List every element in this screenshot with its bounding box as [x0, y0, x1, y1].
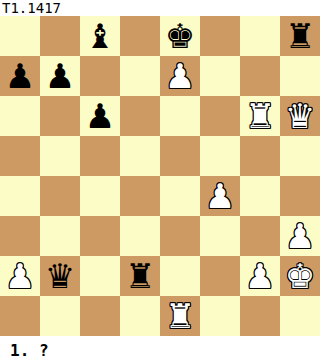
square-g8[interactable] [240, 16, 280, 56]
white-pawn-piece-icon[interactable]: ♟︎ [205, 179, 235, 213]
square-f7[interactable] [200, 56, 240, 96]
square-b7[interactable]: ♟︎ [40, 56, 80, 96]
square-b2[interactable]: ♛︎ [40, 256, 80, 296]
square-f6[interactable] [200, 96, 240, 136]
square-f4[interactable]: ♟︎ [200, 176, 240, 216]
square-a7[interactable]: ♟︎ [0, 56, 40, 96]
square-e3[interactable] [160, 216, 200, 256]
square-c4[interactable] [80, 176, 120, 216]
black-queen-piece-icon[interactable]: ♛︎ [45, 259, 75, 293]
square-d6[interactable] [120, 96, 160, 136]
white-queen-piece-icon[interactable]: ♛︎ [285, 99, 315, 133]
square-b6[interactable] [40, 96, 80, 136]
square-a3[interactable] [0, 216, 40, 256]
square-h6[interactable]: ♛︎ [280, 96, 320, 136]
square-h7[interactable] [280, 56, 320, 96]
black-rook-piece-icon[interactable]: ♜︎ [285, 19, 315, 53]
square-c1[interactable] [80, 296, 120, 336]
square-b8[interactable] [40, 16, 80, 56]
square-d1[interactable] [120, 296, 160, 336]
square-d8[interactable] [120, 16, 160, 56]
white-pawn-piece-icon[interactable]: ♟︎ [165, 59, 195, 93]
square-e2[interactable] [160, 256, 200, 296]
square-g3[interactable] [240, 216, 280, 256]
square-c5[interactable] [80, 136, 120, 176]
square-c7[interactable] [80, 56, 120, 96]
square-b3[interactable] [40, 216, 80, 256]
square-g5[interactable] [240, 136, 280, 176]
white-king-piece-icon[interactable]: ♚︎ [285, 259, 315, 293]
diagram-title: T1.1417 [0, 0, 320, 16]
black-pawn-piece-icon[interactable]: ♟︎ [5, 59, 35, 93]
square-g6[interactable]: ♜︎ [240, 96, 280, 136]
square-c6[interactable]: ♟︎ [80, 96, 120, 136]
square-c2[interactable] [80, 256, 120, 296]
square-h3[interactable]: ♟︎ [280, 216, 320, 256]
square-d7[interactable] [120, 56, 160, 96]
square-f5[interactable] [200, 136, 240, 176]
square-g4[interactable] [240, 176, 280, 216]
square-f8[interactable] [200, 16, 240, 56]
square-e4[interactable] [160, 176, 200, 216]
square-d2[interactable]: ♜︎ [120, 256, 160, 296]
square-h5[interactable] [280, 136, 320, 176]
square-d4[interactable] [120, 176, 160, 216]
black-pawn-piece-icon[interactable]: ♟︎ [45, 59, 75, 93]
square-f1[interactable] [200, 296, 240, 336]
black-king-piece-icon[interactable]: ♚︎ [165, 19, 195, 53]
chess-board: ♝︎♚︎♜︎♟︎♟︎♟︎♟︎♜︎♛︎♟︎♟︎♟︎♛︎♜︎♟︎♚︎♜︎ [0, 16, 320, 336]
square-a5[interactable] [0, 136, 40, 176]
black-rook-piece-icon[interactable]: ♜︎ [125, 259, 155, 293]
square-e6[interactable] [160, 96, 200, 136]
square-f2[interactable] [200, 256, 240, 296]
square-c8[interactable]: ♝︎ [80, 16, 120, 56]
square-d3[interactable] [120, 216, 160, 256]
square-h2[interactable]: ♚︎ [280, 256, 320, 296]
white-pawn-piece-icon[interactable]: ♟︎ [5, 259, 35, 293]
square-f3[interactable] [200, 216, 240, 256]
square-c3[interactable] [80, 216, 120, 256]
black-bishop-piece-icon[interactable]: ♝︎ [85, 19, 115, 53]
square-h1[interactable] [280, 296, 320, 336]
square-e8[interactable]: ♚︎ [160, 16, 200, 56]
square-g2[interactable]: ♟︎ [240, 256, 280, 296]
white-rook-piece-icon[interactable]: ♜︎ [165, 299, 195, 333]
white-pawn-piece-icon[interactable]: ♟︎ [245, 259, 275, 293]
square-b4[interactable] [40, 176, 80, 216]
square-g7[interactable] [240, 56, 280, 96]
square-a8[interactable] [0, 16, 40, 56]
square-a1[interactable] [0, 296, 40, 336]
square-d5[interactable] [120, 136, 160, 176]
black-pawn-piece-icon[interactable]: ♟︎ [85, 99, 115, 133]
square-b1[interactable] [40, 296, 80, 336]
square-a4[interactable] [0, 176, 40, 216]
square-e7[interactable]: ♟︎ [160, 56, 200, 96]
square-g1[interactable] [240, 296, 280, 336]
white-pawn-piece-icon[interactable]: ♟︎ [285, 219, 315, 253]
square-h8[interactable]: ♜︎ [280, 16, 320, 56]
move-prompt: 1. ? [0, 336, 320, 360]
square-e5[interactable] [160, 136, 200, 176]
square-a2[interactable]: ♟︎ [0, 256, 40, 296]
white-rook-piece-icon[interactable]: ♜︎ [245, 99, 275, 133]
square-b5[interactable] [40, 136, 80, 176]
square-e1[interactable]: ♜︎ [160, 296, 200, 336]
square-h4[interactable] [280, 176, 320, 216]
square-a6[interactable] [0, 96, 40, 136]
